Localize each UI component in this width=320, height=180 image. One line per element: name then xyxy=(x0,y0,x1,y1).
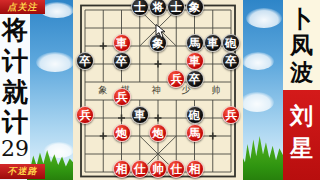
black-piece-象[interactable]: 象 xyxy=(186,0,204,16)
player1-name-char: 波 xyxy=(283,59,320,85)
title-char: 计 xyxy=(0,46,30,76)
red-piece-兵[interactable]: 兵 xyxy=(76,106,94,124)
red-piece-車[interactable]: 車 xyxy=(113,34,131,52)
video-thumbnail: 象棋神少帅 士将士象車象馬車砲卒卒車卒兵卒兵兵車砲兵炮炮馬相仕帅仕相 将 计 就… xyxy=(0,0,320,180)
title-char: 计 xyxy=(0,107,30,137)
black-piece-馬[interactable]: 馬 xyxy=(186,34,204,52)
river-text-char: 帅 xyxy=(210,84,222,97)
title-char: 就 xyxy=(0,77,30,107)
cloud xyxy=(242,52,274,70)
black-piece-車[interactable]: 車 xyxy=(204,34,222,52)
black-piece-士[interactable]: 士 xyxy=(131,0,149,16)
player1-name-char: 卜 xyxy=(283,6,320,32)
red-piece-相[interactable]: 相 xyxy=(113,160,131,178)
red-piece-炮[interactable]: 炮 xyxy=(113,124,131,142)
grass-right xyxy=(242,136,284,180)
cloud xyxy=(240,92,274,112)
red-piece-炮[interactable]: 炮 xyxy=(149,124,167,142)
red-piece-馬[interactable]: 馬 xyxy=(186,124,204,142)
black-piece-卒[interactable]: 卒 xyxy=(76,52,94,70)
title-char: 将 xyxy=(0,15,30,45)
black-piece-車[interactable]: 車 xyxy=(131,106,149,124)
black-piece-砲[interactable]: 砲 xyxy=(222,34,240,52)
follow-banner: 点关注 xyxy=(0,0,45,14)
red-piece-仕[interactable]: 仕 xyxy=(131,160,149,178)
red-piece-帅[interactable]: 帅 xyxy=(149,160,167,178)
episode-number: 29 xyxy=(0,137,30,161)
mouse-cursor-icon xyxy=(155,24,168,39)
red-piece-車[interactable]: 車 xyxy=(186,52,204,70)
cloud xyxy=(36,52,74,72)
player2-name-char: 星 xyxy=(283,135,320,161)
player2-name-char: 刘 xyxy=(283,103,320,129)
black-piece-卒[interactable]: 卒 xyxy=(113,52,131,70)
black-piece-卒[interactable]: 卒 xyxy=(222,52,240,70)
river-text-char: 象 xyxy=(97,84,109,97)
red-piece-相[interactable]: 相 xyxy=(186,160,204,178)
player1-name-char: 凤 xyxy=(283,32,320,58)
dont-get-lost-banner: 不迷路 xyxy=(0,164,45,179)
river-text-char: 神 xyxy=(150,84,162,97)
black-piece-卒[interactable]: 卒 xyxy=(186,70,204,88)
red-piece-兵[interactable]: 兵 xyxy=(113,88,131,106)
black-piece-砲[interactable]: 砲 xyxy=(186,106,204,124)
cloud xyxy=(246,8,282,28)
cloud xyxy=(40,2,74,18)
red-piece-兵[interactable]: 兵 xyxy=(222,106,240,124)
